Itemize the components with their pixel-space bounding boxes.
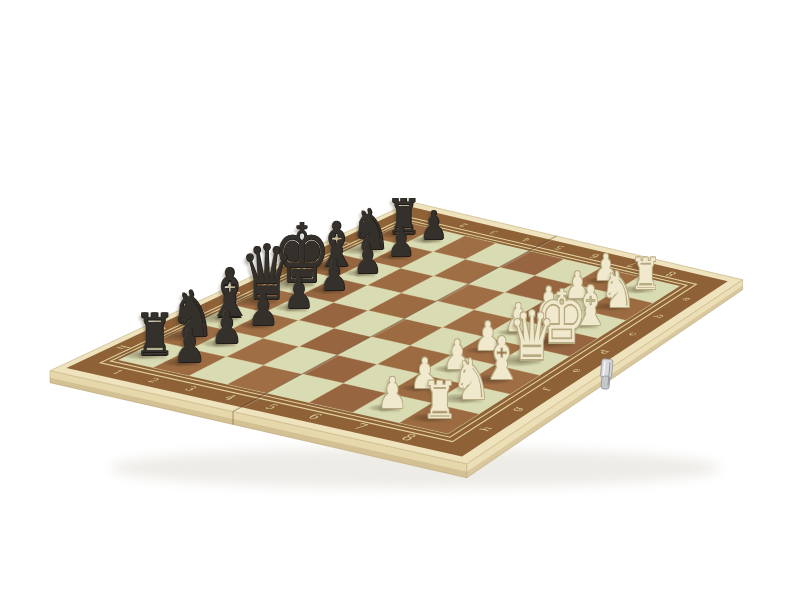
clasp — [599, 359, 613, 390]
product-photo-chess-set: 1122334455667788aabbccddeeffgghh ♜♟♞♟♝♟♟… — [0, 0, 800, 600]
chess-board: 1122334455667788aabbccddeeffgghh — [0, 0, 800, 600]
